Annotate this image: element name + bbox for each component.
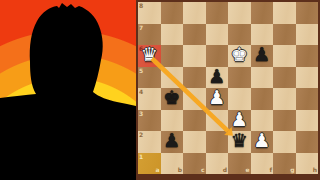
- file-label-g: g: [290, 167, 294, 173]
- piece-black-king: ♚: [163, 88, 180, 107]
- piece-white-pawn: ♟: [253, 131, 270, 150]
- square-f2: ♟: [251, 131, 274, 153]
- square-b6: [161, 45, 184, 67]
- rank-label-4: 4: [139, 89, 143, 95]
- piece-white-pawn: ♟: [231, 110, 248, 129]
- square-g2: [273, 131, 296, 153]
- square-c1: c: [183, 153, 206, 175]
- square-h7: [296, 24, 319, 46]
- rank-label-5: 5: [139, 68, 143, 74]
- square-d2: [206, 131, 229, 153]
- square-d8: [206, 2, 229, 24]
- square-f7: [251, 24, 274, 46]
- mystery-player-silhouette: [0, 0, 136, 180]
- file-label-a: a: [155, 167, 159, 173]
- square-e1: e: [228, 153, 251, 175]
- square-d1: d: [206, 153, 229, 175]
- square-c6: [183, 45, 206, 67]
- square-d4: ♟: [206, 88, 229, 110]
- video-thumbnail[interactable]: 8 7 6♛ ♚ ♟ 5: [0, 0, 320, 180]
- file-label-c: c: [201, 167, 205, 173]
- chess-board: 8 7 6♛ ♚ ♟ 5: [136, 0, 320, 180]
- square-h6: [296, 45, 319, 67]
- square-f8: [251, 2, 274, 24]
- square-c2: [183, 131, 206, 153]
- square-e2: ♛: [228, 131, 251, 153]
- piece-black-pawn: ♟: [163, 131, 180, 150]
- square-b4: ♚: [161, 88, 184, 110]
- square-b1: b: [161, 153, 184, 175]
- square-f5: [251, 67, 274, 89]
- file-label-d: d: [223, 167, 227, 173]
- rank-label-1: 1: [139, 154, 143, 160]
- square-g4: [273, 88, 296, 110]
- square-a8: 8: [138, 2, 161, 24]
- square-h3: [296, 110, 319, 132]
- square-b3: [161, 110, 184, 132]
- square-f4: [251, 88, 274, 110]
- square-c3: [183, 110, 206, 132]
- square-e6: ♚: [228, 45, 251, 67]
- piece-white-pawn: ♟: [208, 88, 225, 107]
- square-g3: [273, 110, 296, 132]
- square-a4: 4: [138, 88, 161, 110]
- square-f3: [251, 110, 274, 132]
- square-g1: g: [273, 153, 296, 175]
- square-h2: [296, 131, 319, 153]
- square-c5: [183, 67, 206, 89]
- square-h4: [296, 88, 319, 110]
- rank-label-8: 8: [139, 3, 143, 9]
- square-e8: [228, 2, 251, 24]
- square-d7: [206, 24, 229, 46]
- square-e3: ♟: [228, 110, 251, 132]
- square-e5: [228, 67, 251, 89]
- square-d5: ♟: [206, 67, 229, 89]
- square-b7: [161, 24, 184, 46]
- square-a1-highlighted: 1a: [138, 153, 161, 175]
- square-a5: 5: [138, 67, 161, 89]
- rank-label-2: 2: [139, 132, 143, 138]
- board-grid: 8 7 6♛ ♚ ♟ 5: [138, 2, 318, 174]
- square-c4: [183, 88, 206, 110]
- square-f6: ♟: [251, 45, 274, 67]
- square-f1: f: [251, 153, 274, 175]
- square-d6: [206, 45, 229, 67]
- square-h1: h: [296, 153, 319, 175]
- square-c8: [183, 2, 206, 24]
- square-a2: 2: [138, 131, 161, 153]
- square-d3: [206, 110, 229, 132]
- square-h8: [296, 2, 319, 24]
- square-b2: ♟: [161, 131, 184, 153]
- piece-black-queen: ♛: [231, 131, 248, 150]
- square-a6-highlighted: 6♛: [138, 45, 161, 67]
- piece-black-pawn: ♟: [208, 67, 225, 86]
- square-b5: [161, 67, 184, 89]
- sunset-background: [0, 0, 136, 180]
- square-e4: [228, 88, 251, 110]
- square-g6: [273, 45, 296, 67]
- piece-white-king: ♚: [231, 45, 248, 64]
- file-label-f: f: [269, 167, 272, 173]
- piece-black-pawn: ♟: [253, 45, 270, 64]
- square-h5: [296, 67, 319, 89]
- file-label-e: e: [245, 167, 249, 173]
- square-b8: [161, 2, 184, 24]
- square-a7: 7: [138, 24, 161, 46]
- square-c7: [183, 24, 206, 46]
- rank-label-7: 7: [139, 25, 143, 31]
- square-a3: 3: [138, 110, 161, 132]
- square-g5: [273, 67, 296, 89]
- square-g8: [273, 2, 296, 24]
- file-label-b: b: [178, 167, 182, 173]
- square-e7: [228, 24, 251, 46]
- square-g7: [273, 24, 296, 46]
- piece-white-queen: ♛: [141, 45, 158, 64]
- file-label-h: h: [313, 167, 317, 173]
- rank-label-3: 3: [139, 111, 143, 117]
